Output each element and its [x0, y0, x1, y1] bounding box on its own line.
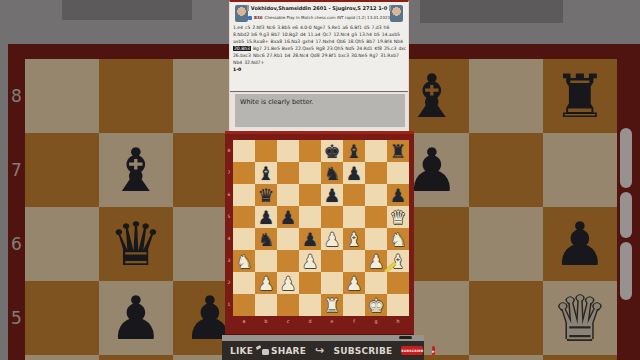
- white-pawn-b2[interactable]: ♟: [255, 272, 277, 294]
- move-token[interactable]: e6: [292, 25, 298, 30]
- black-pawn-c5[interactable]: ♟: [277, 206, 299, 228]
- square-a3[interactable]: ♞: [233, 250, 255, 272]
- move-token[interactable]: gxh4: [302, 39, 313, 44]
- scrollbar-thumb[interactable]: [620, 192, 632, 238]
- square-g8[interactable]: [365, 140, 387, 162]
- opening-book-icon: [248, 16, 252, 20]
- square-h7[interactable]: [387, 162, 409, 184]
- chess-board-panel: 87654321 ♚♝♜♝♞♟♛♟♟♟♟♛♞♟♟♝♞♞♟♟♝♟♟♟♜♚ abcd…: [225, 131, 414, 336]
- rank-label-4: 4: [225, 228, 233, 250]
- square-c1[interactable]: [277, 294, 299, 316]
- move-token[interactable]: 24.Rd1: [356, 46, 372, 51]
- black-pawn-f7[interactable]: ♟: [343, 162, 365, 184]
- move-token[interactable]: 13.h4: [359, 32, 372, 37]
- file-label-g: g: [365, 316, 387, 327]
- square-a2[interactable]: [233, 272, 255, 294]
- square-a6[interactable]: [233, 184, 255, 206]
- move-token[interactable]: 10.Bg2: [282, 32, 298, 37]
- move-token[interactable]: Bg7: [253, 46, 262, 51]
- white-bishop-h3[interactable]: ♝: [387, 250, 409, 272]
- black-pawn-d4[interactable]: ♟: [299, 228, 321, 250]
- rank-label-8: 8: [225, 140, 233, 162]
- move-token[interactable]: Bb7: [271, 32, 280, 37]
- share-label[interactable]: SHARE: [271, 346, 306, 356]
- board-rank-labels: 87654321: [225, 140, 233, 316]
- black-king-e8[interactable]: ♚: [321, 140, 343, 162]
- move-token[interactable]: 17.Nxh4: [315, 39, 334, 44]
- square-c3[interactable]: [277, 250, 299, 272]
- move-token[interactable]: 18.Qh5: [348, 39, 364, 44]
- square-a7[interactable]: [233, 162, 255, 184]
- move-token[interactable]: 22.Qxe5: [295, 46, 314, 51]
- square-a8[interactable]: [233, 140, 255, 162]
- square-a1[interactable]: [233, 294, 255, 316]
- square-f8[interactable]: ♝: [343, 140, 365, 162]
- move-token[interactable]: 16.Na3: [284, 39, 300, 44]
- square-e2[interactable]: [321, 272, 343, 294]
- square-c7[interactable]: [277, 162, 299, 184]
- file-label-d: d: [299, 316, 321, 327]
- square-f2[interactable]: ♟: [343, 272, 365, 294]
- scrollbar-thumb[interactable]: [620, 242, 632, 300]
- move-token[interactable]: d5: [364, 25, 370, 30]
- move-token[interactable]: 14.axb5: [382, 32, 400, 37]
- white-pawn-d3[interactable]: ♟: [299, 250, 321, 272]
- move-token[interactable]: Qc7: [322, 32, 331, 37]
- rank-label-7: 7: [225, 162, 233, 184]
- square-b3[interactable]: [255, 250, 277, 272]
- move-token[interactable]: 12.Nc4: [333, 32, 349, 37]
- move-token[interactable]: c5: [245, 25, 250, 30]
- comment-area: White is clearly better.: [230, 92, 408, 130]
- square-g7[interactable]: [365, 162, 387, 184]
- move-token[interactable]: 19.Bf4: [377, 39, 392, 44]
- square-b2[interactable]: ♟: [255, 272, 277, 294]
- square-f4[interactable]: ♝: [343, 228, 365, 250]
- move-token[interactable]: 1-0: [233, 67, 241, 72]
- footer: LIKE SHARE ↪ SUBSCRIBE SUBSCRIBE ▸: [222, 335, 424, 360]
- square-g2[interactable]: [365, 272, 387, 294]
- menu-pill: [399, 336, 412, 339]
- move-token[interactable]: b4: [285, 53, 291, 58]
- chess-board[interactable]: ♚♝♜♝♞♟♛♟♟♟♟♛♞♟♟♝♞♞♟♟♝♟♟♟♜♚: [233, 140, 409, 316]
- move-token[interactable]: 3.Bb5: [277, 25, 290, 30]
- move-token[interactable]: 30.Ne5: [351, 53, 367, 58]
- square-c6[interactable]: [277, 184, 299, 206]
- subscribe-button[interactable]: SUBSCRIBE: [401, 346, 423, 355]
- move-token[interactable]: 29.Bf1: [322, 53, 337, 58]
- white-pawn-f2[interactable]: ♟: [343, 272, 365, 294]
- file-label-e: e: [321, 316, 343, 327]
- white-king-g1[interactable]: ♚: [365, 294, 387, 316]
- footer-bar: LIKE SHARE ↪ SUBSCRIBE SUBSCRIBE ▸: [222, 341, 424, 360]
- square-f3[interactable]: [343, 250, 365, 272]
- move-token[interactable]: Qb6: [336, 39, 345, 44]
- black-bishop-f8[interactable]: ♝: [343, 140, 365, 162]
- square-e5[interactable]: [321, 206, 343, 228]
- black-pawn-e6[interactable]: ♟: [321, 184, 343, 206]
- move-token[interactable]: 32.Nd7+: [244, 60, 264, 65]
- square-a4[interactable]: [233, 228, 255, 250]
- move-token[interactable]: 2.Nf3: [252, 25, 264, 30]
- rank-label-5: 5: [225, 206, 233, 228]
- file-label-c: c: [277, 316, 299, 327]
- move-token[interactable]: Rg7: [369, 53, 378, 58]
- square-h5[interactable]: ♛: [387, 206, 409, 228]
- square-d7[interactable]: [299, 162, 321, 184]
- square-g1[interactable]: ♚: [365, 294, 387, 316]
- move-token[interactable]: Qd8: [310, 53, 319, 58]
- file-label-f: f: [343, 316, 365, 327]
- white-pawn-c2[interactable]: ♟: [277, 272, 299, 294]
- square-h1[interactable]: [387, 294, 409, 316]
- subscribe-label[interactable]: SUBSCRIBE: [334, 346, 393, 356]
- square-d5[interactable]: [299, 206, 321, 228]
- black-knight-b4[interactable]: ♞: [255, 228, 277, 250]
- square-b1[interactable]: [255, 294, 277, 316]
- square-g6[interactable]: [365, 184, 387, 206]
- file-label-h: h: [387, 316, 409, 327]
- white-bishop-f4[interactable]: ♝: [343, 228, 365, 250]
- move-token[interactable]: Bb7: [366, 39, 375, 44]
- eco-code: B30: [254, 15, 263, 20]
- square-b5[interactable]: ♟: [255, 206, 277, 228]
- white-pawn-g3[interactable]: ♟: [365, 250, 387, 272]
- move-token[interactable]: 31.Rxb7: [380, 53, 399, 58]
- move-token[interactable]: Nc6: [266, 25, 275, 30]
- square-e3[interactable]: [321, 250, 343, 272]
- move-token[interactable]: a6: [342, 25, 348, 30]
- uzbekistan-flag-icon: [247, 5, 249, 11]
- square-h2[interactable]: [387, 272, 409, 294]
- black-rook-h8[interactable]: ♜: [387, 140, 409, 162]
- current-move[interactable]: 20.Bh3: [233, 46, 251, 51]
- screen: 8765 ♚♝♜♝♞♟♛♟♟♟♟♛♞♟♟♝♞♞♟♟♝♟♟♟♜♚ Vokhidov…: [0, 0, 640, 360]
- square-e7[interactable]: ♞: [321, 162, 343, 184]
- file-label-a: a: [233, 316, 255, 327]
- move-token[interactable]: h6: [384, 25, 390, 30]
- move-token[interactable]: 11.a4: [308, 32, 321, 37]
- move-token[interactable]: 5.Re1: [327, 25, 340, 30]
- square-b7[interactable]: ♝: [255, 162, 277, 184]
- players-line: Vokhidov,Shamsiddin 2601 - Sjugirov,S 27…: [250, 5, 388, 11]
- white-rook-e1[interactable]: ♜: [321, 294, 343, 316]
- black-pawn-h6[interactable]: ♟: [387, 184, 409, 206]
- square-b8[interactable]: [255, 140, 277, 162]
- board-file-labels: abcdefgh: [233, 316, 409, 327]
- event-line: B30 Chessable Play In Match chess.com IN…: [236, 15, 402, 20]
- white-pawn-e4[interactable]: ♟: [321, 228, 343, 250]
- square-g4[interactable]: [365, 228, 387, 250]
- move-token[interactable]: Nb4: [394, 39, 403, 44]
- move-token[interactable]: 25.c3: [384, 46, 397, 51]
- move-token[interactable]: Bxe5: [282, 46, 293, 51]
- share-arrow-icon[interactable]: ↪: [315, 346, 324, 355]
- move-token[interactable]: Kf8: [374, 46, 381, 51]
- like-label[interactable]: LIKE: [230, 346, 253, 356]
- move-token[interactable]: Bxa8: [271, 39, 282, 44]
- move-token[interactable]: 6.Bf1: [350, 25, 362, 30]
- youtube-play-icon[interactable]: ▸: [432, 346, 435, 355]
- rank-label-2: 2: [225, 272, 233, 294]
- move-token[interactable]: 27.Rb1: [267, 53, 283, 58]
- rank-label-1: 1: [225, 294, 233, 316]
- square-d3[interactable]: ♟: [299, 250, 321, 272]
- square-b4[interactable]: ♞: [255, 228, 277, 250]
- square-h4[interactable]: ♞: [387, 228, 409, 250]
- move-token[interactable]: bxc3: [338, 53, 349, 58]
- white-knight-a3[interactable]: ♞: [233, 250, 255, 272]
- square-b6[interactable]: ♛: [255, 184, 277, 206]
- move-token[interactable]: d4: [300, 32, 306, 37]
- game-info-panel: Vokhidov,Shamsiddin 2601 - Sjugirov,S 27…: [229, 0, 409, 131]
- move-token[interactable]: 23.Qh5: [327, 46, 343, 51]
- black-pawn-b5[interactable]: ♟: [255, 206, 277, 228]
- square-g3[interactable]: ♟: [365, 250, 387, 272]
- square-e6[interactable]: ♟: [321, 184, 343, 206]
- move-token[interactable]: 26.bxc3: [233, 53, 251, 58]
- move-token[interactable]: Rg8: [316, 46, 325, 51]
- square-c4[interactable]: [277, 228, 299, 250]
- move-token[interactable]: Nbc6: [253, 53, 265, 58]
- move-token[interactable]: 4.0-0: [300, 25, 312, 30]
- square-c5[interactable]: ♟: [277, 206, 299, 228]
- move-token[interactable]: Nge7: [314, 25, 326, 30]
- square-d2[interactable]: [299, 272, 321, 294]
- move-token[interactable]: axb5: [233, 39, 244, 44]
- square-d8[interactable]: [299, 140, 321, 162]
- square-g5[interactable]: [365, 206, 387, 228]
- square-f6[interactable]: [343, 184, 365, 206]
- players-text: Vokhidov,Shamsiddin 2601 - Sjugirov,S 27…: [251, 5, 387, 11]
- move-token[interactable]: b6: [251, 32, 257, 37]
- square-e8[interactable]: ♚: [321, 140, 343, 162]
- square-c2[interactable]: ♟: [277, 272, 299, 294]
- file-label-b: b: [255, 316, 277, 327]
- move-token[interactable]: 28.Nc4: [292, 53, 308, 58]
- rank-label-6: 6: [225, 184, 233, 206]
- black-queen-b6[interactable]: ♛: [255, 184, 277, 206]
- move-token[interactable]: b5: [374, 32, 380, 37]
- scrollbar-thumb[interactable]: [620, 128, 632, 188]
- square-h6[interactable]: ♟: [387, 184, 409, 206]
- white-knight-h4[interactable]: ♞: [387, 228, 409, 250]
- move-token[interactable]: dxc3: [398, 46, 406, 51]
- square-d4[interactable]: ♟: [299, 228, 321, 250]
- square-f5[interactable]: [343, 206, 365, 228]
- move-token[interactable]: 21.Be5: [264, 46, 280, 51]
- move-token[interactable]: 9.g3: [259, 32, 269, 37]
- square-c8[interactable]: [277, 140, 299, 162]
- square-f7[interactable]: ♟: [343, 162, 365, 184]
- move-list: 1.e4c52.Nf3Nc63.Bb5e64.0-0Nge75.Re1a66.B…: [233, 24, 406, 74]
- move-token[interactable]: 1.e4: [233, 25, 243, 30]
- move-token[interactable]: 8.Nbd2: [233, 32, 249, 37]
- event-text: Chessable Play In Match chess.com INT ra…: [265, 15, 390, 20]
- move-token[interactable]: Nb4: [233, 60, 242, 65]
- square-e4[interactable]: ♟: [321, 228, 343, 250]
- square-a5[interactable]: [233, 206, 255, 228]
- move-token[interactable]: 15.Rxa8+: [246, 39, 268, 44]
- move-token[interactable]: 7.d3: [372, 25, 382, 30]
- move-token[interactable]: g5: [351, 32, 357, 37]
- square-h3[interactable]: ♝: [387, 250, 409, 272]
- rank-label-3: 3: [225, 250, 233, 272]
- square-d1[interactable]: [299, 294, 321, 316]
- square-d6[interactable]: [299, 184, 321, 206]
- russia-flag-icon: [389, 5, 391, 11]
- engine-comment: White is clearly better.: [235, 94, 405, 127]
- square-h8[interactable]: ♜: [387, 140, 409, 162]
- square-f1[interactable]: [343, 294, 365, 316]
- black-bishop-b7[interactable]: ♝: [255, 162, 277, 184]
- square-e1[interactable]: ♜: [321, 294, 343, 316]
- move-token[interactable]: Nd5: [345, 46, 354, 51]
- black-knight-e7[interactable]: ♞: [321, 162, 343, 184]
- white-queen-h5[interactable]: ♛: [387, 206, 409, 228]
